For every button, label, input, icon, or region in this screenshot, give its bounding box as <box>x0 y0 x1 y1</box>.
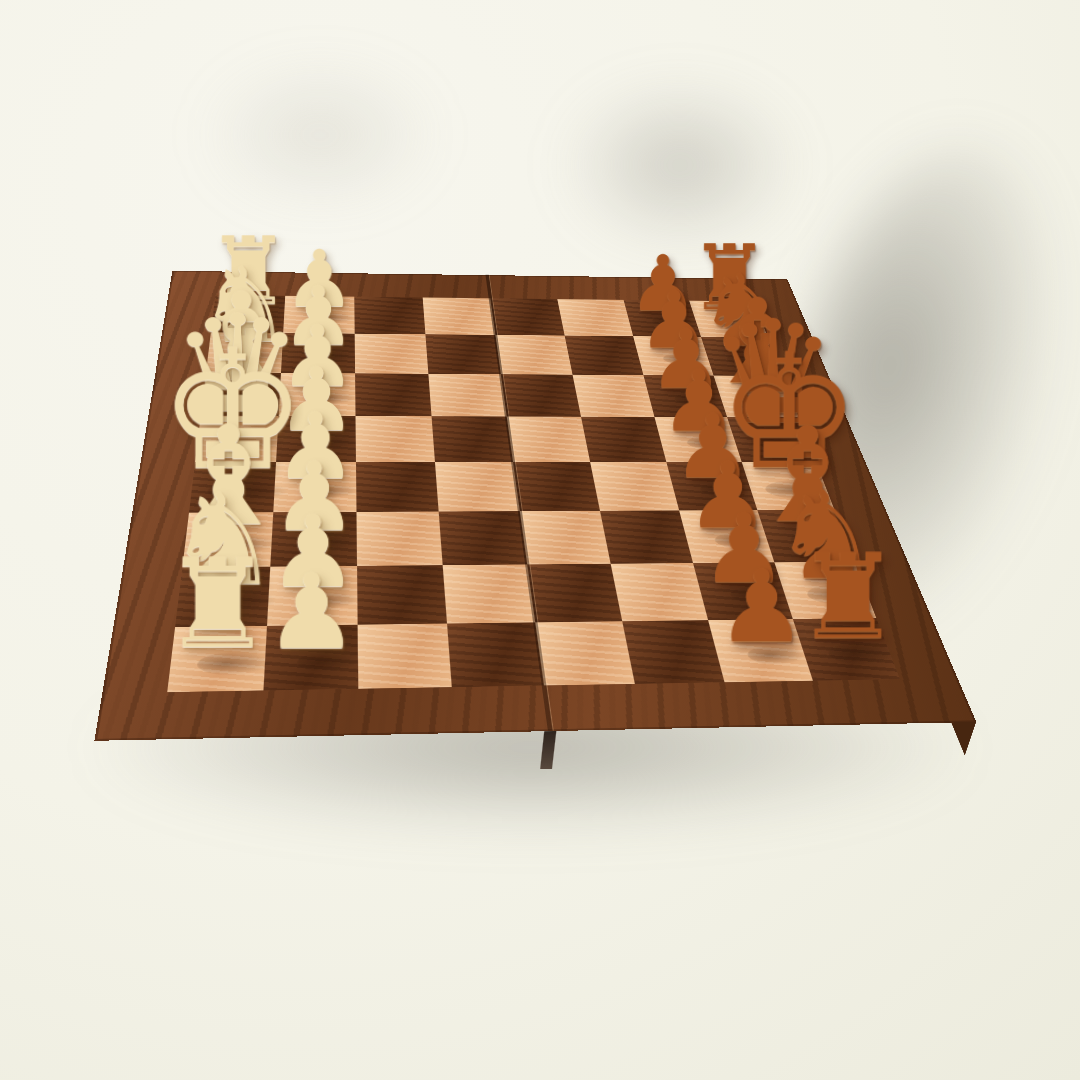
chess-board: ♜♟♟♜♞♟♟♞♝♟♟♝♛♟♟♛♚♟♟♚♝♟♟♝♞♟♟♞♜♟♟♜ <box>94 271 976 741</box>
scene: ♜♟♟♜♞♟♟♞♝♟♟♝♛♟♟♛♚♟♟♚♝♟♟♝♞♟♟♞♜♟♟♜ <box>0 0 1080 1080</box>
pawn-icon: ♟ <box>265 560 358 664</box>
rook-icon: ♜ <box>795 538 901 656</box>
hinge-gap <box>540 731 556 769</box>
pawn-icon: ♟ <box>717 557 807 658</box>
pieces-layer: ♜♟♟♜♞♟♟♞♝♟♟♝♛♟♟♛♚♟♟♚♝♟♟♝♞♟♟♞♜♟♟♜ <box>94 271 976 741</box>
rook-icon: ♜ <box>162 542 273 666</box>
photo-background: ♜♟♟♜♞♟♟♞♝♟♟♝♛♟♟♛♚♟♟♚♝♟♟♝♞♟♟♞♜♟♟♜ <box>0 0 1080 1080</box>
